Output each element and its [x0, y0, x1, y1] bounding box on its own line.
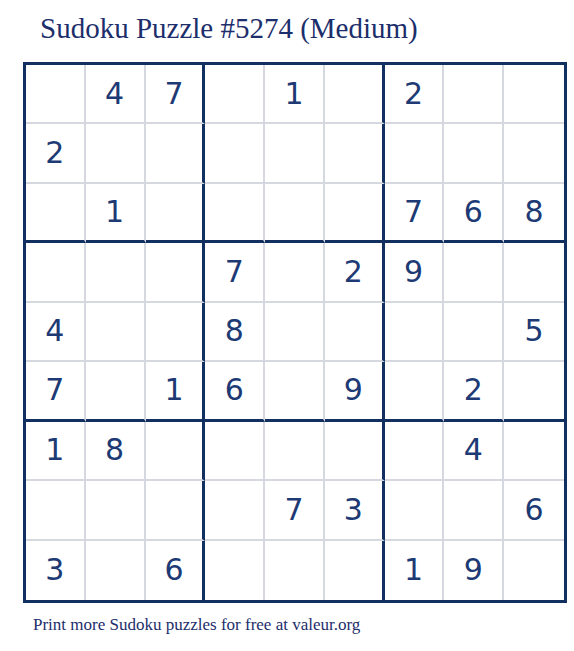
cell-r9c4[interactable] [205, 541, 265, 600]
cell-r1c4[interactable] [205, 65, 265, 124]
cell-r8c2[interactable] [86, 481, 146, 540]
cell-r9c6[interactable] [325, 541, 385, 600]
cell-r5c1[interactable]: 4 [26, 303, 86, 362]
cell-r9c8[interactable]: 9 [444, 541, 504, 600]
cell-r5c4[interactable]: 8 [205, 303, 265, 362]
cell-r1c2[interactable]: 4 [86, 65, 146, 124]
cell-r4c4[interactable]: 7 [205, 243, 265, 302]
cell-r7c9[interactable] [504, 422, 564, 481]
cell-r3c9[interactable]: 8 [504, 184, 564, 243]
cell-r2c9[interactable] [504, 124, 564, 183]
cell-r7c1[interactable]: 1 [26, 422, 86, 481]
cell-r6c2[interactable] [86, 362, 146, 421]
cell-r1c1[interactable] [26, 65, 86, 124]
cell-r8c8[interactable] [444, 481, 504, 540]
cell-r5c8[interactable] [444, 303, 504, 362]
cell-r9c5[interactable] [265, 541, 325, 600]
cell-r8c1[interactable] [26, 481, 86, 540]
cell-r7c3[interactable] [146, 422, 206, 481]
cell-r4c8[interactable] [444, 243, 504, 302]
cell-r8c3[interactable] [146, 481, 206, 540]
cell-r2c1[interactable]: 2 [26, 124, 86, 183]
sudoku-board: 471221768729485716921847363619 [23, 62, 567, 603]
cell-r2c5[interactable] [265, 124, 325, 183]
cell-r5c9[interactable]: 5 [504, 303, 564, 362]
cell-r7c8[interactable]: 4 [444, 422, 504, 481]
cell-r2c6[interactable] [325, 124, 385, 183]
page-title: Sudoku Puzzle #5274 (Medium) [40, 12, 418, 45]
cell-r2c8[interactable] [444, 124, 504, 183]
cell-r9c2[interactable] [86, 541, 146, 600]
cell-r7c6[interactable] [325, 422, 385, 481]
cell-r5c3[interactable] [146, 303, 206, 362]
cell-r8c4[interactable] [205, 481, 265, 540]
cell-r3c1[interactable] [26, 184, 86, 243]
cell-r1c5[interactable]: 1 [265, 65, 325, 124]
cell-r3c7[interactable]: 7 [385, 184, 445, 243]
cell-r2c7[interactable] [385, 124, 445, 183]
cell-r6c1[interactable]: 7 [26, 362, 86, 421]
cell-r6c4[interactable]: 6 [205, 362, 265, 421]
cell-r9c9[interactable] [504, 541, 564, 600]
cell-r6c3[interactable]: 1 [146, 362, 206, 421]
cell-r8c9[interactable]: 6 [504, 481, 564, 540]
cell-r4c5[interactable] [265, 243, 325, 302]
cell-r4c1[interactable] [26, 243, 86, 302]
cell-r6c6[interactable]: 9 [325, 362, 385, 421]
cell-r7c4[interactable] [205, 422, 265, 481]
footer-credit: Print more Sudoku puzzles for free at va… [33, 615, 360, 635]
cell-r9c3[interactable]: 6 [146, 541, 206, 600]
cell-r9c1[interactable]: 3 [26, 541, 86, 600]
cell-r3c5[interactable] [265, 184, 325, 243]
cell-r3c3[interactable] [146, 184, 206, 243]
cell-r2c4[interactable] [205, 124, 265, 183]
cell-r4c9[interactable] [504, 243, 564, 302]
cell-r4c3[interactable] [146, 243, 206, 302]
cell-r6c5[interactable] [265, 362, 325, 421]
cell-r6c7[interactable] [385, 362, 445, 421]
cell-r5c6[interactable] [325, 303, 385, 362]
cell-r1c8[interactable] [444, 65, 504, 124]
cell-r4c2[interactable] [86, 243, 146, 302]
cell-r6c9[interactable] [504, 362, 564, 421]
cell-r3c8[interactable]: 6 [444, 184, 504, 243]
cell-r1c7[interactable]: 2 [385, 65, 445, 124]
cell-r5c7[interactable] [385, 303, 445, 362]
cell-r1c6[interactable] [325, 65, 385, 124]
cell-r7c2[interactable]: 8 [86, 422, 146, 481]
cell-r5c2[interactable] [86, 303, 146, 362]
cell-r7c5[interactable] [265, 422, 325, 481]
cell-r1c9[interactable] [504, 65, 564, 124]
cell-r6c8[interactable]: 2 [444, 362, 504, 421]
cell-r2c2[interactable] [86, 124, 146, 183]
cell-r3c2[interactable]: 1 [86, 184, 146, 243]
cell-r5c5[interactable] [265, 303, 325, 362]
cell-r9c7[interactable]: 1 [385, 541, 445, 600]
cell-r7c7[interactable] [385, 422, 445, 481]
cell-r3c6[interactable] [325, 184, 385, 243]
cell-r4c7[interactable]: 9 [385, 243, 445, 302]
cell-r8c5[interactable]: 7 [265, 481, 325, 540]
cell-r8c7[interactable] [385, 481, 445, 540]
cell-r1c3[interactable]: 7 [146, 65, 206, 124]
cell-r2c3[interactable] [146, 124, 206, 183]
cell-r4c6[interactable]: 2 [325, 243, 385, 302]
cell-r8c6[interactable]: 3 [325, 481, 385, 540]
cell-r3c4[interactable] [205, 184, 265, 243]
